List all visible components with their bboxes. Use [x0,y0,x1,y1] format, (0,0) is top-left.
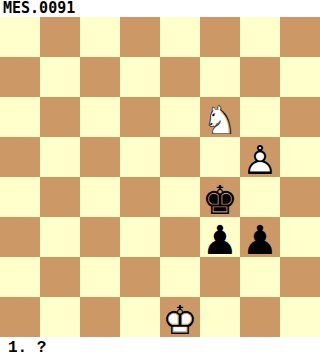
piece-outline-glyph: ♙ [240,137,280,177]
square-e3[interactable] [160,217,200,257]
square-a6[interactable] [0,97,40,137]
square-a4[interactable] [0,177,40,217]
black-pawn[interactable]: ♟ [200,217,240,257]
square-a7[interactable] [0,57,40,97]
square-d1[interactable] [120,297,160,337]
square-h4[interactable] [280,177,320,217]
square-f8[interactable] [200,17,240,57]
piece-fill-glyph: ♟ [240,137,280,177]
square-g6[interactable] [240,97,280,137]
square-a8[interactable] [0,17,40,57]
square-b7[interactable] [40,57,80,97]
square-g4[interactable] [240,177,280,217]
square-c2[interactable] [80,257,120,297]
square-e6[interactable] [160,97,200,137]
square-g8[interactable] [240,17,280,57]
piece-fill-glyph: ♚ [200,177,240,217]
square-b1[interactable] [40,297,80,337]
square-f3[interactable]: ♟ [200,217,240,257]
square-e7[interactable] [160,57,200,97]
square-e5[interactable] [160,137,200,177]
square-d7[interactable] [120,57,160,97]
square-d2[interactable] [120,257,160,297]
piece-outline-glyph: ♔ [160,297,200,337]
square-b5[interactable] [40,137,80,177]
white-pawn[interactable]: ♟♙ [240,137,280,177]
square-e4[interactable] [160,177,200,217]
square-e2[interactable] [160,257,200,297]
square-d8[interactable] [120,17,160,57]
square-a5[interactable] [0,137,40,177]
square-e1[interactable]: ♚♔ [160,297,200,337]
piece-fill-glyph: ♟ [240,217,280,257]
square-h5[interactable] [280,137,320,177]
square-b3[interactable] [40,217,80,257]
square-d6[interactable] [120,97,160,137]
square-h1[interactable] [280,297,320,337]
square-f1[interactable] [200,297,240,337]
square-h6[interactable] [280,97,320,137]
square-d4[interactable] [120,177,160,217]
square-b8[interactable] [40,17,80,57]
square-g1[interactable] [240,297,280,337]
square-g7[interactable] [240,57,280,97]
square-c8[interactable] [80,17,120,57]
piece-fill-glyph: ♞ [200,97,240,137]
square-a2[interactable] [0,257,40,297]
square-b4[interactable] [40,177,80,217]
square-h2[interactable] [280,257,320,297]
square-c6[interactable] [80,97,120,137]
square-h3[interactable] [280,217,320,257]
chess-board: ♞♘♟♙♚♟♟♚♔ [0,17,320,337]
square-d3[interactable] [120,217,160,257]
piece-outline-glyph: ♘ [200,97,240,137]
white-knight[interactable]: ♞♘ [200,97,240,137]
square-f6[interactable]: ♞♘ [200,97,240,137]
piece-fill-glyph: ♚ [160,297,200,337]
square-g5[interactable]: ♟♙ [240,137,280,177]
piece-fill-glyph: ♟ [200,217,240,257]
square-f4[interactable]: ♚ [200,177,240,217]
black-king[interactable]: ♚ [200,177,240,217]
square-h8[interactable] [280,17,320,57]
square-b2[interactable] [40,257,80,297]
square-f2[interactable] [200,257,240,297]
square-h7[interactable] [280,57,320,97]
square-c4[interactable] [80,177,120,217]
square-c5[interactable] [80,137,120,177]
square-c7[interactable] [80,57,120,97]
move-prompt: 1. ? [8,337,46,360]
white-king[interactable]: ♚♔ [160,297,200,337]
square-a3[interactable] [0,217,40,257]
square-d5[interactable] [120,137,160,177]
square-a1[interactable] [0,297,40,337]
puzzle-id: MES.0091 [3,0,75,17]
square-c1[interactable] [80,297,120,337]
square-c3[interactable] [80,217,120,257]
square-e8[interactable] [160,17,200,57]
square-g3[interactable]: ♟ [240,217,280,257]
black-pawn[interactable]: ♟ [240,217,280,257]
square-f5[interactable] [200,137,240,177]
square-b6[interactable] [40,97,80,137]
square-f7[interactable] [200,57,240,97]
square-g2[interactable] [240,257,280,297]
